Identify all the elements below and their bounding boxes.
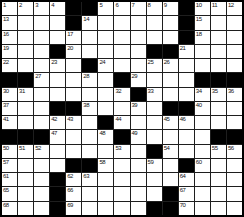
black-cell [195,73,210,86]
grid-cell[interactable] [114,202,129,215]
grid-cell[interactable]: 43 [66,116,81,129]
grid-cell[interactable] [114,31,129,44]
grid-cell[interactable] [34,173,49,186]
grid-cell[interactable] [114,173,129,186]
black-cell [66,2,81,15]
grid-cell[interactable] [227,187,242,200]
clue-number: 65 [3,187,9,194]
clue-number: 33 [148,88,154,95]
grid-cell[interactable] [131,31,146,44]
grid-cell[interactable]: 37 [2,102,17,115]
clue-number: 50 [3,145,9,152]
grid-cell[interactable] [227,159,242,172]
grid-cell[interactable] [147,16,162,29]
grid-cell[interactable] [131,59,146,72]
clue-number: 70 [180,202,186,209]
grid-cell[interactable] [163,130,178,143]
grid-cell[interactable] [131,16,146,29]
grid-cell[interactable]: 32 [114,88,129,101]
clue-number: 14 [83,16,89,23]
grid-cell[interactable]: 16 [2,31,17,44]
grid-cell[interactable]: 14 [82,16,97,29]
grid-cell[interactable] [179,130,194,143]
black-cell [66,16,81,29]
grid-cell[interactable] [211,45,226,58]
grid-cell[interactable] [82,202,97,215]
grid-cell[interactable]: 40 [195,102,210,115]
grid-cell[interactable] [114,159,129,172]
clue-number: 27 [35,73,41,80]
grid-cell[interactable] [50,159,65,172]
black-cell [114,73,129,86]
black-cell [50,45,65,58]
grid-cell[interactable] [82,130,97,143]
grid-cell[interactable]: 59 [147,159,162,172]
clue-number: 6 [115,2,118,9]
clue-number: 69 [67,202,73,209]
grid-cell[interactable] [163,73,178,86]
clue-number: 35 [212,88,218,95]
grid-cell[interactable]: 15 [195,16,210,29]
clue-number: 38 [83,102,89,109]
grid-cell[interactable] [211,16,226,29]
clue-number: 61 [3,173,9,180]
grid-cell[interactable] [195,173,210,186]
grid-cell[interactable] [18,116,33,129]
clue-number: 45 [164,116,170,123]
grid-cell[interactable]: 66 [66,187,81,200]
clue-number: 20 [67,45,73,52]
grid-cell[interactable]: 38 [82,102,97,115]
grid-cell[interactable]: 5 [98,2,113,15]
clue-number: 64 [180,173,186,180]
clue-number: 44 [115,116,121,123]
black-cell [50,187,65,200]
grid-cell[interactable]: 18 [195,31,210,44]
grid-cell[interactable] [147,73,162,86]
clue-number: 40 [196,102,202,109]
grid-cell[interactable] [211,102,226,115]
grid-cell[interactable] [98,187,113,200]
grid-cell[interactable]: 69 [66,202,81,215]
black-cell [147,145,162,158]
grid-cell[interactable] [66,73,81,86]
grid-cell[interactable]: 11 [211,2,226,15]
black-cell [211,73,226,86]
clue-number: 53 [115,145,121,152]
black-cell [179,102,194,115]
grid-cell[interactable] [18,102,33,115]
grid-cell[interactable]: 67 [179,187,194,200]
clue-number: 19 [3,45,9,52]
grid-cell[interactable]: 68 [2,202,17,215]
grid-cell[interactable] [18,202,33,215]
grid-cell[interactable] [50,16,65,29]
clue-number: 11 [212,2,217,9]
grid-cell[interactable] [50,31,65,44]
black-cell [163,102,178,115]
black-cell [179,31,194,44]
clue-number: 26 [164,59,170,66]
grid-cell[interactable]: 9 [163,2,178,15]
grid-cell[interactable] [66,88,81,101]
grid-cell[interactable] [227,59,242,72]
grid-cell[interactable] [179,88,194,101]
grid-cell[interactable] [211,59,226,72]
grid-cell[interactable]: 4 [50,2,65,15]
grid-cell[interactable]: 58 [98,159,113,172]
clue-number: 66 [67,187,73,194]
grid-cell[interactable] [227,45,242,58]
clue-number: 17 [67,31,73,38]
clue-number: 24 [99,59,105,66]
grid-cell[interactable] [50,145,65,158]
grid-cell[interactable] [179,145,194,158]
clue-number: 25 [148,59,154,66]
crossword-grid: 1234567891011121314151617181920212223242… [0,0,244,217]
black-cell [82,159,97,172]
grid-cell[interactable]: 55 [211,145,226,158]
grid-cell[interactable]: 46 [179,116,194,129]
black-cell [34,130,49,143]
grid-cell[interactable]: 7 [131,2,146,15]
grid-cell[interactable] [18,187,33,200]
grid-cell[interactable] [195,145,210,158]
grid-cell[interactable] [82,45,97,58]
clue-number: 39 [132,102,138,109]
clue-number: 42 [51,116,57,123]
clue-number: 67 [180,187,186,194]
black-cell [114,130,129,143]
grid-cell[interactable]: 54 [163,145,178,158]
grid-cell[interactable] [227,102,242,115]
grid-cell[interactable] [147,31,162,44]
clue-number: 28 [83,73,89,80]
clue-number: 62 [67,173,73,180]
grid-cell[interactable] [195,59,210,72]
grid-cell[interactable] [18,59,33,72]
grid-cell[interactable] [34,159,49,172]
clue-number: 32 [115,88,121,95]
grid-cell[interactable]: 50 [2,145,17,158]
grid-cell[interactable]: 3 [34,2,49,15]
clue-number: 10 [196,2,202,9]
grid-cell[interactable]: 42 [50,116,65,129]
grid-cell[interactable] [114,187,129,200]
clue-number: 52 [35,145,41,152]
grid-cell[interactable] [98,73,113,86]
grid-cell[interactable] [114,102,129,115]
grid-cell[interactable] [18,159,33,172]
black-cell [2,73,17,86]
grid-cell[interactable] [211,187,226,200]
grid-cell[interactable] [131,159,146,172]
grid-cell[interactable]: 26 [163,59,178,72]
grid-cell[interactable] [34,16,49,29]
grid-cell[interactable] [211,202,226,215]
black-cell [179,16,194,29]
grid-cell[interactable] [163,88,178,101]
grid-cell[interactable] [195,130,210,143]
clue-number: 63 [83,173,89,180]
clue-number: 59 [148,159,154,166]
grid-cell[interactable] [114,59,129,72]
grid-cell[interactable] [98,31,113,44]
grid-cell[interactable] [98,16,113,29]
grid-cell[interactable] [114,45,129,58]
grid-cell[interactable] [18,16,33,29]
black-cell [82,2,97,15]
black-cell [227,73,242,86]
grid-cell[interactable]: 47 [50,130,65,143]
clue-number: 60 [196,159,202,166]
black-cell [179,159,194,172]
black-cell [82,59,97,72]
clue-number: 9 [164,2,167,9]
black-cell [179,2,194,15]
clue-number: 23 [51,59,57,66]
grid-cell[interactable]: 27 [34,73,49,86]
black-cell [211,130,226,143]
clue-number: 48 [99,130,105,137]
grid-cell[interactable] [227,31,242,44]
grid-cell[interactable]: 70 [179,202,194,215]
clue-number: 15 [196,16,202,23]
grid-cell[interactable] [147,130,162,143]
clue-number: 55 [212,145,218,152]
grid-cell[interactable] [179,59,194,72]
clue-number: 43 [67,116,73,123]
grid-cell[interactable] [34,116,49,129]
grid-cell[interactable] [163,16,178,29]
grid-cell[interactable]: 39 [131,102,146,115]
grid-cell[interactable]: 8 [147,2,162,15]
grid-cell[interactable] [114,16,129,29]
grid-cell[interactable]: 35 [211,88,226,101]
grid-cell[interactable]: 31 [18,88,33,101]
grid-cell[interactable]: 25 [147,59,162,72]
clue-number: 3 [35,2,38,9]
grid-cell[interactable] [211,31,226,44]
grid-cell[interactable] [163,159,178,172]
black-cell [163,202,178,215]
grid-cell[interactable] [147,116,162,129]
clue-number: 51 [19,145,25,152]
grid-cell[interactable] [82,116,97,129]
grid-cell[interactable] [34,59,49,72]
grid-cell[interactable]: 52 [34,145,49,158]
grid-cell[interactable]: 6 [114,2,129,15]
clue-number: 57 [3,159,9,166]
grid-cell[interactable] [50,73,65,86]
grid-cell[interactable] [34,31,49,44]
grid-cell[interactable] [195,202,210,215]
grid-cell[interactable]: 63 [82,173,97,186]
grid-cell[interactable]: 19 [2,45,17,58]
black-cell [147,45,162,58]
black-cell [66,102,81,115]
grid-cell[interactable]: 13 [2,16,17,29]
grid-cell[interactable] [98,102,113,115]
grid-cell[interactable] [82,187,97,200]
clue-number: 54 [164,145,170,152]
grid-cell[interactable] [147,187,162,200]
grid-cell[interactable] [18,45,33,58]
grid-cell[interactable] [195,116,210,129]
grid-cell[interactable]: 10 [195,2,210,15]
grid-cell[interactable]: 36 [227,88,242,101]
grid-cell[interactable] [98,145,113,158]
clue-number: 13 [3,16,9,23]
grid-cell[interactable]: 20 [66,45,81,58]
grid-cell[interactable] [34,45,49,58]
grid-cell[interactable]: 56 [227,145,242,158]
grid-cell[interactable]: 28 [82,73,97,86]
clue-number: 21 [180,45,186,52]
grid-cell[interactable] [179,73,194,86]
grid-cell[interactable] [66,59,81,72]
grid-cell[interactable] [131,45,146,58]
clue-number: 56 [228,145,234,152]
grid-cell[interactable]: 45 [163,116,178,129]
clue-number: 46 [180,116,186,123]
black-cell [50,173,65,186]
grid-cell[interactable] [147,173,162,186]
grid-cell[interactable] [18,31,33,44]
clue-number: 68 [3,202,9,209]
black-cell [131,88,146,101]
grid-cell[interactable] [66,145,81,158]
black-cell [2,130,17,143]
clue-number: 7 [132,2,135,9]
grid-cell[interactable] [18,173,33,186]
grid-cell[interactable]: 29 [131,73,146,86]
clue-number: 36 [228,88,234,95]
grid-cell[interactable] [211,173,226,186]
grid-cell[interactable]: 30 [2,88,17,101]
clue-number: 18 [196,31,202,38]
grid-cell[interactable]: 60 [195,159,210,172]
grid-cell[interactable]: 65 [2,187,17,200]
black-cell [147,202,162,215]
grid-cell[interactable]: 49 [131,130,146,143]
clue-number: 30 [3,88,9,95]
grid-cell[interactable] [98,202,113,215]
clue-number: 34 [196,88,202,95]
black-cell [18,73,33,86]
grid-cell[interactable] [195,45,210,58]
grid-cell[interactable]: 22 [2,59,17,72]
grid-cell[interactable]: 23 [50,59,65,72]
grid-cell[interactable]: 57 [2,159,17,172]
grid-cell[interactable] [227,173,242,186]
grid-cell[interactable]: 41 [2,116,17,129]
grid-cell[interactable] [82,145,97,158]
grid-cell[interactable] [50,88,65,101]
clue-number: 41 [3,116,9,123]
grid-cell[interactable] [82,88,97,101]
grid-cell[interactable] [131,187,146,200]
black-cell [98,116,113,129]
grid-cell[interactable]: 33 [147,88,162,101]
clue-number: 49 [132,130,138,137]
clue-number: 8 [148,2,151,9]
clue-number: 4 [51,2,54,9]
grid-cell[interactable] [211,159,226,172]
black-cell [227,130,242,143]
clue-number: 16 [3,31,9,38]
grid-cell[interactable]: 12 [227,2,242,15]
black-cell [50,202,65,215]
grid-cell[interactable] [195,187,210,200]
grid-cell[interactable]: 62 [66,173,81,186]
black-cell [66,159,81,172]
clue-number: 29 [132,73,138,80]
grid-cell[interactable] [98,45,113,58]
grid-cell[interactable] [163,173,178,186]
grid-cell[interactable]: 21 [179,45,194,58]
clue-number: 2 [19,2,22,9]
grid-cell[interactable] [82,31,97,44]
black-cell [50,102,65,115]
grid-cell[interactable] [34,202,49,215]
clue-number: 47 [51,130,57,137]
grid-cell[interactable] [131,202,146,215]
grid-cell[interactable] [131,116,146,129]
grid-cell[interactable]: 64 [179,173,194,186]
grid-cell[interactable]: 48 [98,130,113,143]
grid-cell[interactable]: 17 [66,31,81,44]
grid-cell[interactable]: 44 [114,116,129,129]
black-cell [163,45,178,58]
grid-cell[interactable] [147,102,162,115]
grid-cell[interactable]: 2 [18,2,33,15]
clue-number: 12 [228,2,234,9]
clue-number: 22 [3,59,9,66]
grid-cell[interactable] [163,31,178,44]
grid-cell[interactable] [34,88,49,101]
grid-cell[interactable] [66,130,81,143]
grid-cell[interactable]: 53 [114,145,129,158]
grid-cell[interactable] [227,202,242,215]
clue-number: 5 [99,2,102,9]
grid-cell[interactable]: 1 [2,2,17,15]
clue-number: 31 [19,88,25,95]
grid-cell[interactable] [227,16,242,29]
clue-number: 58 [99,159,105,166]
clue-number: 37 [3,102,9,109]
grid-cell[interactable] [34,187,49,200]
grid-cell[interactable]: 61 [2,173,17,186]
black-cell [163,187,178,200]
grid-cell[interactable]: 24 [98,59,113,72]
grid-cell[interactable] [98,173,113,186]
grid-cell[interactable] [131,145,146,158]
grid-cell[interactable] [131,173,146,186]
black-cell [18,130,33,143]
clue-number: 1 [3,2,6,9]
grid-cell[interactable] [211,116,226,129]
grid-cell[interactable]: 51 [18,145,33,158]
grid-cell[interactable] [98,88,113,101]
grid-cell[interactable] [227,116,242,129]
grid-cell[interactable]: 34 [195,88,210,101]
grid-cell[interactable] [34,102,49,115]
